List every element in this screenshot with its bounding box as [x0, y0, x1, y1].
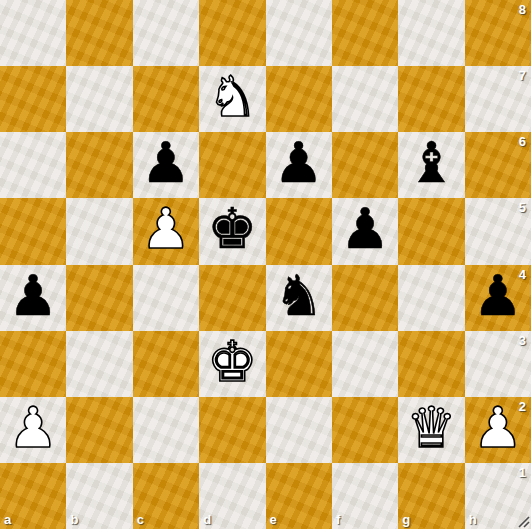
square-b4[interactable]	[66, 265, 132, 331]
square-a8[interactable]	[0, 0, 66, 66]
square-e6[interactable]: ♟	[266, 132, 332, 198]
square-f8[interactable]	[332, 0, 398, 66]
black-pawn[interactable]: ♟	[473, 268, 523, 324]
square-b3[interactable]	[66, 331, 132, 397]
square-f4[interactable]	[332, 265, 398, 331]
file-label-b: b	[70, 512, 78, 527]
square-g8[interactable]	[398, 0, 464, 66]
square-d3[interactable]: ♚	[199, 331, 265, 397]
square-h2[interactable]: 2♟	[465, 397, 531, 463]
square-e8[interactable]	[266, 0, 332, 66]
square-f2[interactable]	[332, 397, 398, 463]
square-h6[interactable]: 6	[465, 132, 531, 198]
square-a5[interactable]	[0, 198, 66, 264]
white-queen[interactable]: ♛	[406, 400, 456, 456]
square-d5[interactable]: ♚	[199, 198, 265, 264]
resize-handle-icon[interactable]	[516, 514, 530, 528]
square-b1[interactable]: b	[66, 463, 132, 529]
square-c7[interactable]	[133, 66, 199, 132]
square-f1[interactable]: f	[332, 463, 398, 529]
square-h3[interactable]: 3	[465, 331, 531, 397]
white-pawn[interactable]: ♟	[141, 201, 191, 257]
square-a7[interactable]	[0, 66, 66, 132]
square-c8[interactable]	[133, 0, 199, 66]
square-f6[interactable]	[332, 132, 398, 198]
black-pawn[interactable]: ♟	[8, 268, 58, 324]
square-h7[interactable]: 7	[465, 66, 531, 132]
square-d4[interactable]	[199, 265, 265, 331]
white-knight[interactable]: ♞	[207, 69, 257, 125]
square-f7[interactable]	[332, 66, 398, 132]
square-e5[interactable]	[266, 198, 332, 264]
white-pawn[interactable]: ♟	[8, 400, 58, 456]
square-c5[interactable]: ♟	[133, 198, 199, 264]
square-e1[interactable]: e	[266, 463, 332, 529]
square-g5[interactable]	[398, 198, 464, 264]
square-c4[interactable]	[133, 265, 199, 331]
rank-label-6: 6	[519, 134, 526, 149]
square-b6[interactable]	[66, 132, 132, 198]
square-a3[interactable]	[0, 331, 66, 397]
square-d7[interactable]: ♞	[199, 66, 265, 132]
square-e7[interactable]	[266, 66, 332, 132]
square-d6[interactable]	[199, 132, 265, 198]
square-d8[interactable]	[199, 0, 265, 66]
black-knight[interactable]: ♞	[274, 268, 324, 324]
square-a1[interactable]: a	[0, 463, 66, 529]
file-label-h: h	[469, 512, 477, 527]
black-pawn[interactable]: ♟	[274, 135, 324, 191]
square-b2[interactable]	[66, 397, 132, 463]
square-h4[interactable]: 4♟	[465, 265, 531, 331]
black-king[interactable]: ♚	[207, 201, 257, 257]
square-a6[interactable]	[0, 132, 66, 198]
square-g1[interactable]: g	[398, 463, 464, 529]
square-d1[interactable]: d	[199, 463, 265, 529]
square-d2[interactable]	[199, 397, 265, 463]
chess-board-container: 8♞7♟♟♝6♟♚♟5♟♞4♟♚3♟♛2♟abcdefgh1	[0, 0, 531, 529]
square-a4[interactable]: ♟	[0, 265, 66, 331]
rank-label-8: 8	[519, 2, 526, 17]
square-f5[interactable]: ♟	[332, 198, 398, 264]
square-c1[interactable]: c	[133, 463, 199, 529]
square-e3[interactable]	[266, 331, 332, 397]
square-b8[interactable]	[66, 0, 132, 66]
square-h5[interactable]: 5	[465, 198, 531, 264]
square-e4[interactable]: ♞	[266, 265, 332, 331]
black-pawn[interactable]: ♟	[340, 201, 390, 257]
file-label-g: g	[402, 512, 410, 527]
file-label-f: f	[336, 512, 340, 527]
rank-label-3: 3	[519, 333, 526, 348]
white-king[interactable]: ♚	[207, 334, 257, 390]
white-pawn[interactable]: ♟	[473, 400, 523, 456]
file-label-c: c	[137, 512, 144, 527]
square-b7[interactable]	[66, 66, 132, 132]
square-g6[interactable]: ♝	[398, 132, 464, 198]
square-c6[interactable]: ♟	[133, 132, 199, 198]
black-pawn[interactable]: ♟	[141, 135, 191, 191]
file-label-e: e	[270, 512, 277, 527]
square-f3[interactable]	[332, 331, 398, 397]
square-g2[interactable]: ♛	[398, 397, 464, 463]
square-c3[interactable]	[133, 331, 199, 397]
square-g3[interactable]	[398, 331, 464, 397]
square-e2[interactable]	[266, 397, 332, 463]
file-label-a: a	[4, 512, 11, 527]
square-g7[interactable]	[398, 66, 464, 132]
square-g4[interactable]	[398, 265, 464, 331]
rank-label-5: 5	[519, 200, 526, 215]
chess-board: 8♞7♟♟♝6♟♚♟5♟♞4♟♚3♟♛2♟abcdefgh1	[0, 0, 531, 529]
black-bishop[interactable]: ♝	[406, 135, 456, 191]
square-a2[interactable]: ♟	[0, 397, 66, 463]
square-h8[interactable]: 8	[465, 0, 531, 66]
rank-label-7: 7	[519, 68, 526, 83]
file-label-d: d	[203, 512, 211, 527]
square-c2[interactable]	[133, 397, 199, 463]
square-b5[interactable]	[66, 198, 132, 264]
rank-label-1: 1	[519, 465, 526, 480]
